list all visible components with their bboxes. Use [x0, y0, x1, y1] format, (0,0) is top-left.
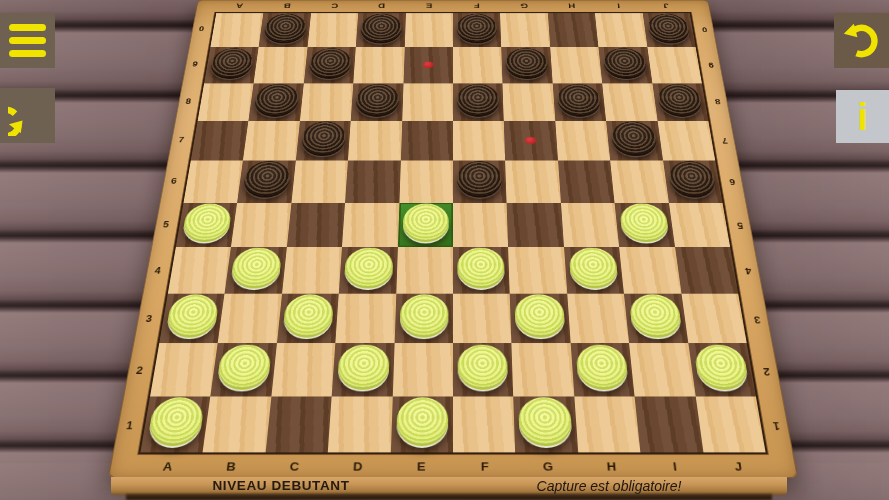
light-piece[interactable] — [568, 248, 618, 286]
square-c2 — [271, 343, 335, 396]
file-label: C — [310, 1, 358, 9]
square-d3 — [335, 294, 395, 344]
rank-label: 8 — [178, 83, 199, 121]
square-g2 — [512, 343, 574, 396]
square-c8 — [300, 83, 354, 121]
rank-label: 6 — [162, 160, 185, 202]
square-b8[interactable] — [249, 83, 304, 121]
square-a10 — [210, 13, 263, 47]
board-grid — [138, 12, 768, 454]
light-piece[interactable] — [399, 295, 448, 336]
square-h10[interactable] — [548, 13, 599, 47]
square-d2[interactable] — [332, 343, 394, 396]
square-b3 — [218, 294, 282, 344]
file-label: G — [500, 1, 548, 9]
file-label: B — [198, 460, 263, 475]
square-d5 — [342, 203, 399, 247]
dark-piece[interactable] — [355, 84, 399, 115]
dark-piece[interactable] — [667, 161, 717, 195]
square-a1[interactable] — [140, 396, 210, 452]
dark-piece[interactable] — [457, 14, 498, 42]
dark-piece[interactable] — [360, 14, 402, 42]
rank-label: 5 — [728, 203, 752, 248]
square-c7[interactable] — [296, 121, 351, 161]
light-piece[interactable] — [619, 203, 669, 239]
file-label: G — [516, 460, 580, 475]
file-label: I — [595, 1, 643, 9]
square-j9 — [647, 47, 702, 83]
square-h5 — [561, 203, 619, 247]
square-i3[interactable] — [624, 294, 688, 344]
square-b2[interactable] — [211, 343, 277, 396]
square-i6 — [610, 161, 668, 203]
last-move-dot — [423, 62, 434, 69]
square-e7[interactable] — [401, 121, 453, 161]
square-d9 — [353, 47, 404, 83]
dark-piece[interactable] — [308, 48, 352, 77]
dark-piece[interactable] — [243, 161, 292, 195]
dark-piece[interactable] — [505, 48, 548, 77]
square-g3[interactable] — [510, 294, 570, 344]
square-j6[interactable] — [663, 161, 723, 203]
square-e1[interactable] — [390, 396, 453, 452]
square-f3 — [453, 294, 512, 344]
square-f6[interactable] — [453, 161, 507, 203]
square-b6[interactable] — [237, 161, 295, 203]
square-a6 — [184, 161, 244, 203]
file-label: B — [263, 1, 311, 9]
square-b4[interactable] — [225, 247, 287, 294]
rank-label: 6 — [721, 160, 744, 202]
square-i1[interactable] — [635, 396, 703, 452]
rank-label: 2 — [753, 344, 780, 397]
light-piece[interactable] — [230, 248, 282, 286]
undo-icon — [842, 21, 882, 61]
game-screen: ABCDEFGHIJ ABCDEFGHIJ 0987654321 0987654… — [0, 0, 889, 500]
square-g6 — [505, 161, 560, 203]
board-front-edge: NIVEAU DEBUTANT Capture est obligatoire! — [111, 477, 787, 495]
light-piece[interactable] — [396, 397, 448, 443]
square-i7[interactable] — [606, 121, 663, 161]
square-e2 — [392, 343, 453, 396]
square-f10[interactable] — [453, 13, 502, 47]
undo-button[interactable] — [834, 13, 889, 68]
square-g5[interactable] — [507, 203, 564, 247]
dark-piece[interactable] — [301, 122, 347, 154]
file-label: D — [358, 1, 406, 9]
square-h2[interactable] — [571, 343, 635, 396]
rank-label: 5 — [154, 203, 178, 248]
square-d10[interactable] — [356, 13, 406, 47]
file-label: C — [262, 460, 327, 475]
board-3d-wrapper: ABCDEFGHIJ ABCDEFGHIJ 0987654321 0987654… — [108, 0, 798, 478]
square-e6 — [399, 161, 453, 203]
square-e8 — [402, 83, 453, 121]
light-piece[interactable] — [182, 203, 233, 239]
square-i4 — [619, 247, 681, 294]
rank-label: 9 — [185, 47, 205, 83]
file-label: A — [215, 1, 264, 9]
file-label: D — [326, 460, 390, 475]
square-a9[interactable] — [204, 47, 259, 83]
square-j2[interactable] — [688, 343, 756, 396]
light-piece[interactable] — [693, 344, 750, 387]
square-g10 — [500, 13, 550, 47]
file-label: F — [453, 460, 517, 475]
square-i8 — [602, 83, 657, 121]
menu-button[interactable] — [0, 13, 55, 68]
square-h6[interactable] — [558, 161, 615, 203]
level-label: NIVEAU DEBUTANT — [111, 478, 451, 493]
dark-piece[interactable] — [209, 48, 255, 77]
square-e4 — [396, 247, 453, 294]
square-d6[interactable] — [345, 161, 400, 203]
square-a4 — [168, 247, 232, 294]
square-j1 — [695, 396, 765, 452]
square-f2[interactable] — [453, 343, 514, 396]
restart-icon — [8, 96, 48, 136]
square-d8[interactable] — [351, 83, 403, 121]
square-j5 — [669, 203, 731, 247]
square-d4[interactable] — [339, 247, 398, 294]
rank-label: 0 — [191, 12, 211, 46]
info-button[interactable]: i — [836, 90, 889, 143]
file-label: F — [453, 1, 501, 9]
square-h4[interactable] — [564, 247, 624, 294]
square-b9 — [254, 47, 307, 83]
file-label: I — [642, 460, 707, 475]
rank-label: 8 — [707, 83, 728, 121]
file-label: A — [135, 460, 201, 475]
dark-piece[interactable] — [254, 84, 300, 115]
square-g9[interactable] — [502, 47, 553, 83]
dark-piece[interactable] — [263, 14, 307, 42]
square-h9 — [550, 47, 602, 83]
light-piece[interactable] — [515, 295, 566, 336]
square-e9[interactable] — [403, 47, 453, 83]
light-piece[interactable] — [337, 344, 389, 387]
square-f1 — [453, 396, 516, 452]
square-j4[interactable] — [675, 247, 739, 294]
square-h8[interactable] — [553, 83, 607, 121]
square-g7[interactable] — [504, 121, 558, 161]
light-piece[interactable] — [518, 397, 572, 443]
file-label: E — [405, 1, 453, 9]
square-h1 — [574, 396, 640, 452]
square-h3 — [567, 294, 629, 344]
square-h7 — [555, 121, 610, 161]
rank-label: 7 — [170, 120, 192, 160]
square-d7 — [348, 121, 402, 161]
square-b5 — [231, 203, 291, 247]
square-c10 — [307, 13, 358, 47]
square-a2 — [150, 343, 218, 396]
rank-label: 3 — [745, 294, 771, 344]
square-f8[interactable] — [453, 83, 504, 121]
square-f4[interactable] — [453, 247, 510, 294]
square-c3[interactable] — [277, 294, 339, 344]
rank-label: 7 — [714, 120, 736, 160]
square-a5[interactable] — [176, 203, 238, 247]
square-a8 — [198, 83, 254, 121]
capture-message: Capture est obligatoire! — [459, 478, 759, 494]
file-labels-top: ABCDEFGHIJ — [215, 1, 690, 9]
square-j10[interactable] — [642, 13, 695, 47]
square-i9[interactable] — [599, 47, 652, 83]
dark-piece[interactable] — [457, 84, 500, 115]
file-label: J — [706, 460, 772, 475]
file-label: H — [547, 1, 595, 9]
square-j8[interactable] — [652, 83, 708, 121]
dark-piece[interactable] — [457, 161, 502, 195]
square-c4 — [282, 247, 342, 294]
light-piece[interactable] — [457, 248, 505, 286]
info-icon: i — [857, 92, 868, 142]
dark-piece[interactable] — [603, 48, 648, 77]
square-f9 — [453, 47, 503, 83]
rank-label: 0 — [695, 12, 715, 46]
rank-label: 4 — [736, 247, 761, 294]
rank-label: 1 — [763, 398, 791, 455]
square-c9[interactable] — [304, 47, 356, 83]
last-move-dot — [525, 137, 537, 144]
square-j3 — [681, 294, 747, 344]
square-g1[interactable] — [514, 396, 578, 452]
hamburger-icon — [9, 24, 46, 57]
square-b1 — [203, 396, 271, 452]
dark-piece[interactable] — [610, 122, 657, 154]
square-a3[interactable] — [159, 294, 225, 344]
file-labels-bottom: ABCDEFGHIJ — [135, 460, 772, 475]
square-i5[interactable] — [615, 203, 675, 247]
light-piece[interactable] — [402, 203, 448, 239]
square-b10[interactable] — [259, 13, 311, 47]
square-e3[interactable] — [394, 294, 453, 344]
light-piece[interactable] — [165, 295, 220, 336]
light-piece[interactable] — [147, 397, 206, 443]
dark-piece[interactable] — [646, 14, 691, 42]
rank-label: 9 — [701, 47, 721, 83]
square-c5[interactable] — [287, 203, 345, 247]
dark-piece[interactable] — [557, 84, 602, 115]
file-label: H — [579, 460, 644, 475]
square-i10 — [595, 13, 647, 47]
board-frame: ABCDEFGHIJ ABCDEFGHIJ 0987654321 0987654… — [108, 0, 798, 478]
square-d1 — [328, 396, 392, 452]
square-j7 — [657, 121, 715, 161]
square-g4 — [508, 247, 567, 294]
file-label: E — [389, 460, 453, 475]
square-g8 — [503, 83, 555, 121]
square-c1[interactable] — [265, 396, 331, 452]
dark-piece[interactable] — [656, 84, 703, 115]
square-e10 — [404, 13, 453, 47]
board-front-shadow — [126, 494, 772, 500]
file-label: J — [642, 1, 691, 9]
light-piece[interactable] — [575, 344, 629, 387]
light-piece[interactable] — [629, 295, 682, 336]
light-piece[interactable] — [458, 344, 509, 387]
square-f7 — [453, 121, 505, 161]
square-a7[interactable] — [191, 121, 249, 161]
light-piece[interactable] — [217, 344, 272, 387]
square-e5[interactable] — [398, 203, 453, 247]
restart-button[interactable] — [0, 88, 55, 143]
square-f5 — [453, 203, 508, 247]
light-piece[interactable] — [344, 248, 393, 286]
square-i2 — [629, 343, 695, 396]
light-piece[interactable] — [282, 295, 334, 336]
square-b7 — [243, 121, 300, 161]
square-c6 — [291, 161, 348, 203]
